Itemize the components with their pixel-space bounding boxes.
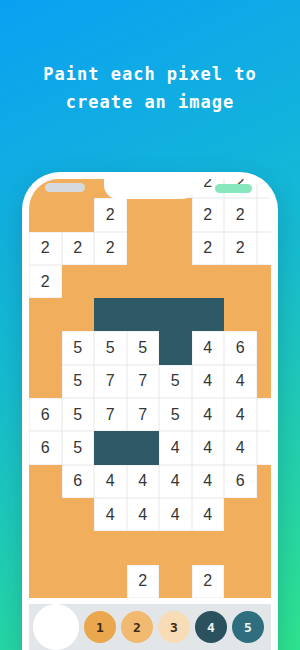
grid-cell[interactable]: 2 [94, 232, 127, 265]
grid-cell[interactable] [257, 465, 272, 498]
caption-line-1: Paint each pixel to [0, 60, 300, 88]
grid-cell[interactable] [159, 565, 192, 598]
grid-cell[interactable]: 2 [94, 198, 127, 231]
grid-cell[interactable]: 2 [224, 198, 257, 231]
grid-cell[interactable]: 5 [94, 331, 127, 364]
grid-cell[interactable]: 5 [159, 365, 192, 398]
grid-cell[interactable] [257, 198, 272, 231]
grid-cell[interactable] [29, 498, 62, 531]
pixel-grid: 2222222222255546577544657754465444644446… [29, 179, 271, 598]
grid-cell[interactable]: 4 [127, 498, 160, 531]
grid-cell[interactable] [257, 232, 272, 265]
grid-cell[interactable]: 6 [224, 465, 257, 498]
grid-cell[interactable] [159, 198, 192, 231]
grid-cell[interactable] [257, 398, 272, 431]
palette-bar: 12345 [29, 604, 271, 650]
grid-cell[interactable] [29, 565, 62, 598]
palette-color-3[interactable]: 3 [158, 611, 190, 643]
grid-cell[interactable] [257, 431, 272, 464]
caption-line-2: create an image [0, 88, 300, 116]
grid-cell[interactable] [159, 265, 192, 298]
palette-color-4[interactable]: 4 [195, 611, 227, 643]
grid-cell[interactable] [127, 298, 160, 331]
grid-cell[interactable]: 5 [62, 365, 95, 398]
grid-cell[interactable]: 4 [224, 365, 257, 398]
grid-cell[interactable] [62, 565, 95, 598]
grid-cell[interactable]: 6 [224, 331, 257, 364]
grid-cell[interactable]: 2 [192, 232, 225, 265]
grid-cell[interactable]: 2 [224, 232, 257, 265]
phone-notch [104, 179, 196, 199]
grid-cell[interactable]: 7 [94, 398, 127, 431]
palette-color-white[interactable] [33, 604, 79, 650]
grid-cell[interactable]: 6 [62, 465, 95, 498]
grid-cell[interactable] [192, 265, 225, 298]
grid-cell[interactable]: 5 [62, 331, 95, 364]
grid-cell[interactable]: 4 [159, 498, 192, 531]
grid-cell[interactable]: 2 [192, 565, 225, 598]
grid-cell[interactable]: 4 [159, 431, 192, 464]
grid-cell[interactable] [257, 565, 272, 598]
grid-cell[interactable] [62, 198, 95, 231]
grid-cell[interactable]: 4 [159, 465, 192, 498]
grid-cell[interactable] [257, 498, 272, 531]
grid-cell[interactable] [224, 498, 257, 531]
grid-cell[interactable]: 2 [62, 232, 95, 265]
grid-cell[interactable] [224, 298, 257, 331]
status-battery-pill [215, 184, 252, 193]
grid-cell[interactable]: 7 [127, 398, 160, 431]
grid-cell[interactable] [94, 265, 127, 298]
grid-cell[interactable] [159, 298, 192, 331]
grid-cell[interactable] [29, 365, 62, 398]
grid-cell[interactable]: 2 [192, 198, 225, 231]
store-caption: Paint each pixel to create an image [0, 60, 300, 116]
palette-color-5[interactable]: 5 [232, 611, 264, 643]
grid-cell[interactable]: 4 [127, 465, 160, 498]
palette-color-2[interactable]: 2 [121, 611, 153, 643]
grid-cell[interactable]: 2 [127, 565, 160, 598]
grid-cell[interactable] [62, 498, 95, 531]
grid-cell[interactable] [159, 331, 192, 364]
grid-cell[interactable]: 7 [127, 365, 160, 398]
grid-cell[interactable] [159, 531, 192, 564]
grid-cell[interactable] [224, 531, 257, 564]
grid-cell[interactable]: 2 [29, 265, 62, 298]
phone-screen: 2222222222255546577544657754465444644446… [29, 179, 271, 650]
grid-cell[interactable]: 4 [94, 465, 127, 498]
grid-cell[interactable]: 4 [192, 331, 225, 364]
grid-cell[interactable]: 4 [192, 465, 225, 498]
grid-cell[interactable] [127, 232, 160, 265]
grid-cell[interactable] [159, 232, 192, 265]
grid-cell[interactable]: 7 [94, 365, 127, 398]
grid-cell[interactable] [257, 298, 272, 331]
grid-cell[interactable] [192, 298, 225, 331]
grid-cell[interactable] [257, 331, 272, 364]
grid-cell[interactable] [62, 265, 95, 298]
grid-cell[interactable]: 4 [224, 431, 257, 464]
grid-cell[interactable] [127, 531, 160, 564]
grid-cell[interactable]: 5 [127, 331, 160, 364]
grid-cell[interactable] [224, 565, 257, 598]
grid-cell[interactable] [257, 531, 272, 564]
grid-cell[interactable] [94, 565, 127, 598]
grid-cell[interactable] [29, 531, 62, 564]
grid-cell[interactable]: 5 [62, 398, 95, 431]
grid-cell[interactable] [29, 465, 62, 498]
grid-cell[interactable]: 5 [159, 398, 192, 431]
grid-cell[interactable] [62, 298, 95, 331]
grid-cell[interactable] [192, 531, 225, 564]
grid-cell[interactable]: 2 [29, 232, 62, 265]
palette-color-1[interactable]: 1 [84, 611, 116, 643]
grid-cell[interactable]: 4 [192, 398, 225, 431]
grid-cell[interactable] [257, 265, 272, 298]
grid-cell[interactable]: 4 [224, 398, 257, 431]
grid-cell[interactable]: 6 [29, 398, 62, 431]
grid-cell[interactable] [94, 531, 127, 564]
grid-cell[interactable] [127, 198, 160, 231]
grid-cell[interactable] [257, 365, 272, 398]
grid-cell[interactable] [62, 531, 95, 564]
grid-cell[interactable]: 6 [29, 431, 62, 464]
grid-cell[interactable] [224, 265, 257, 298]
grid-cell[interactable] [127, 265, 160, 298]
grid-cell[interactable] [94, 298, 127, 331]
grid-cell[interactable] [29, 298, 62, 331]
grid-cell[interactable]: 5 [62, 431, 95, 464]
grid-cell[interactable] [127, 431, 160, 464]
grid-cell[interactable]: 4 [192, 431, 225, 464]
status-time-pill [45, 183, 85, 192]
grid-cell[interactable] [94, 431, 127, 464]
grid-cell[interactable] [29, 331, 62, 364]
grid-cell[interactable]: 4 [192, 365, 225, 398]
screenshot-root: Paint each pixel to create an image 2222… [0, 0, 300, 650]
phone-mockup: 2222222222255546577544657754465444644446… [22, 172, 278, 650]
grid-cell[interactable]: 4 [94, 498, 127, 531]
grid-cell[interactable]: 4 [192, 498, 225, 531]
grid-cell[interactable] [29, 198, 62, 231]
